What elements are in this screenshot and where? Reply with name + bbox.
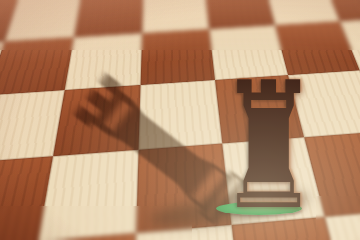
black-rook-glyph: ♜ xyxy=(218,82,301,212)
board-square xyxy=(141,29,215,85)
board-square xyxy=(142,0,209,33)
black-rook: ♜ xyxy=(218,82,301,212)
board-square xyxy=(5,0,82,41)
board-square xyxy=(74,0,144,37)
chess-photo-scene: ♜ ♜ xyxy=(0,0,360,240)
